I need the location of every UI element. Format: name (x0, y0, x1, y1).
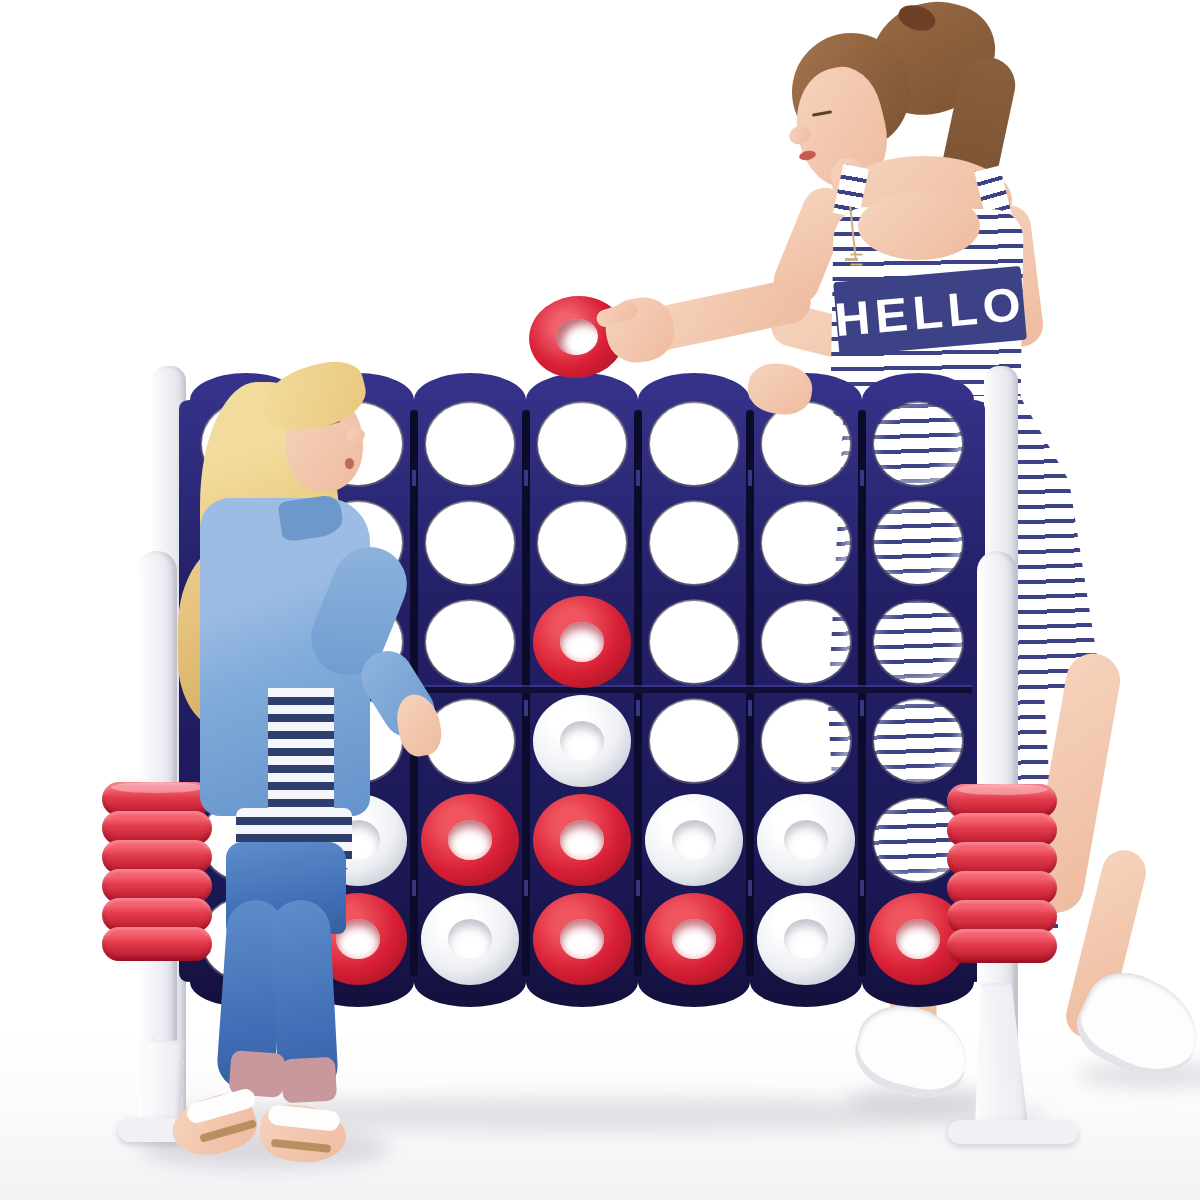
scene-giant-connect-four: HELLO (0, 0, 1200, 1200)
girl-striped-shirt (268, 688, 334, 828)
girl-right-cuff (281, 1057, 337, 1104)
girl-right-hand (393, 691, 445, 759)
girl-player (0, 0, 1200, 1200)
girl-mouth (345, 458, 354, 469)
